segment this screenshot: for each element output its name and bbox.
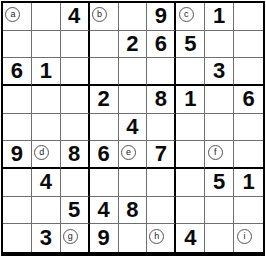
cell-r8c2	[32, 197, 61, 225]
given-digit: 6	[11, 60, 23, 82]
cell-r9c6: h	[147, 224, 176, 252]
cell-r9c7: 4	[176, 224, 205, 252]
cell-r1c3: 4	[61, 3, 90, 31]
cell-r5c1	[3, 114, 32, 142]
cell-r4c1	[3, 86, 32, 114]
given-digit: 1	[242, 171, 254, 193]
cell-r1c6: 9	[147, 3, 176, 31]
cell-r6c3: 8	[61, 141, 90, 169]
cell-r8c5: 8	[119, 197, 148, 225]
given-digit: 6	[242, 88, 254, 110]
cell-r8c1	[3, 197, 32, 225]
cell-r8c8	[205, 197, 234, 225]
cell-r4c2	[32, 86, 61, 114]
cell-r1c7: c	[176, 3, 205, 31]
circled-label-e: e	[121, 145, 136, 160]
cell-r7c4	[90, 169, 119, 197]
cell-r3c3	[61, 58, 90, 86]
cell-r1c4: b	[90, 3, 119, 31]
given-digit: 8	[68, 143, 80, 165]
cell-r6c7	[176, 141, 205, 169]
given-digit: 3	[40, 227, 52, 249]
given-digit: 6	[155, 33, 167, 55]
cell-r2c1	[3, 31, 32, 59]
cell-r9c3: g	[61, 224, 90, 252]
circled-label-d: d	[34, 145, 49, 160]
given-digit: 9	[11, 143, 23, 165]
given-digit: 4	[184, 227, 196, 249]
circled-label-c: c	[179, 7, 194, 22]
cell-r6c6: 7	[147, 141, 176, 169]
given-digit: 4	[40, 171, 52, 193]
cell-r8c7	[176, 197, 205, 225]
circled-label-a: a	[5, 7, 20, 22]
given-digit: 2	[97, 88, 109, 110]
cell-r3c6	[147, 58, 176, 86]
cell-r8c9	[234, 197, 263, 225]
cell-r6c8: f	[205, 141, 234, 169]
given-digit: 1	[40, 60, 52, 82]
given-digit: 8	[126, 199, 138, 221]
cell-r5c3	[61, 114, 90, 142]
cell-r7c9: 1	[234, 169, 263, 197]
cell-r5c2	[32, 114, 61, 142]
cell-r1c2	[32, 3, 61, 31]
cell-r1c9	[234, 3, 263, 31]
given-digit: 5	[213, 171, 225, 193]
cell-r8c6	[147, 197, 176, 225]
cell-r7c5	[119, 169, 148, 197]
cell-r2c9	[234, 31, 263, 59]
cell-r7c2: 4	[32, 169, 61, 197]
cell-r2c6: 6	[147, 31, 176, 59]
cell-r7c7	[176, 169, 205, 197]
cell-r7c6	[147, 169, 176, 197]
cell-r6c4: 6	[90, 141, 119, 169]
sudoku-board: a4b9c1265613281649d86e7f4515483g9h4i	[1, 1, 265, 256]
cell-r2c3	[61, 31, 90, 59]
cell-r3c1: 6	[3, 58, 32, 86]
given-digit: 4	[126, 116, 138, 138]
cell-r6c5: e	[119, 141, 148, 169]
cell-r3c4	[90, 58, 119, 86]
cell-r9c5	[119, 224, 148, 252]
cell-r6c1: 9	[3, 141, 32, 169]
given-digit: 7	[155, 143, 167, 165]
cell-r3c2: 1	[32, 58, 61, 86]
given-digit: 1	[213, 5, 225, 27]
sudoku-page: a4b9c1265613281649d86e7f4515483g9h4i	[0, 0, 266, 258]
cell-r7c1	[3, 169, 32, 197]
cell-r2c8	[205, 31, 234, 59]
circled-label-f: f	[208, 145, 223, 160]
cell-r9c1	[3, 224, 32, 252]
cell-r4c3	[61, 86, 90, 114]
cell-r3c8: 3	[205, 58, 234, 86]
circled-label-g: g	[63, 229, 78, 244]
cell-r4c7: 1	[176, 86, 205, 114]
cell-r9c9: i	[234, 224, 263, 252]
given-digit: 8	[155, 88, 167, 110]
cell-r5c4	[90, 114, 119, 142]
cell-r3c7	[176, 58, 205, 86]
cell-r2c2	[32, 31, 61, 59]
cell-r8c3: 5	[61, 197, 90, 225]
circled-label-b: b	[92, 7, 107, 22]
circled-label-h: h	[149, 229, 164, 244]
cell-r1c5	[119, 3, 148, 31]
cell-r5c7	[176, 114, 205, 142]
given-digit: 6	[97, 143, 109, 165]
cell-r9c8	[205, 224, 234, 252]
cell-r5c9	[234, 114, 263, 142]
cell-r4c6: 8	[147, 86, 176, 114]
cell-r5c5: 4	[119, 114, 148, 142]
cell-r9c4: 9	[90, 224, 119, 252]
cell-r3c9	[234, 58, 263, 86]
given-digit: 5	[184, 33, 196, 55]
cell-r2c5: 2	[119, 31, 148, 59]
cell-r9c2: 3	[32, 224, 61, 252]
cell-r2c7: 5	[176, 31, 205, 59]
cell-r4c5	[119, 86, 148, 114]
cell-r4c9: 6	[234, 86, 263, 114]
given-digit: 1	[184, 88, 196, 110]
given-digit: 4	[68, 5, 80, 27]
cell-r6c2: d	[32, 141, 61, 169]
cell-r7c8: 5	[205, 169, 234, 197]
circled-label-i: i	[237, 229, 252, 244]
given-digit: 3	[213, 60, 225, 82]
cell-r3c5	[119, 58, 148, 86]
cell-r4c4: 2	[90, 86, 119, 114]
cell-r5c6	[147, 114, 176, 142]
cell-r4c8	[205, 86, 234, 114]
given-digit: 5	[68, 199, 80, 221]
given-digit: 4	[97, 199, 109, 221]
cell-r5c8	[205, 114, 234, 142]
cell-r6c9	[234, 141, 263, 169]
cell-r1c1: a	[3, 3, 32, 31]
given-digit: 9	[155, 5, 167, 27]
cell-r1c8: 1	[205, 3, 234, 31]
cell-r7c3	[61, 169, 90, 197]
cell-r8c4: 4	[90, 197, 119, 225]
given-digit: 2	[126, 33, 138, 55]
cell-r2c4	[90, 31, 119, 59]
given-digit: 9	[97, 227, 109, 249]
